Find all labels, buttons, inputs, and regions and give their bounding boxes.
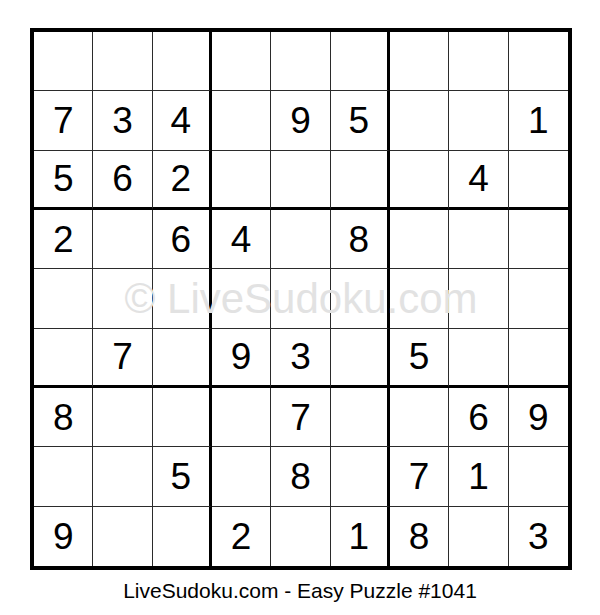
cell-r7c2[interactable] [93,388,152,447]
cell-r6c9[interactable] [509,329,568,388]
cell-r4c4[interactable]: 4 [212,210,271,269]
cell-r8c1[interactable] [34,447,93,506]
cell-r2c8[interactable] [449,91,508,150]
cell-r2c9[interactable]: 1 [509,91,568,150]
cell-r1c4[interactable] [212,32,271,91]
cell-r3c2[interactable]: 6 [93,151,152,210]
cell-r6c7[interactable]: 5 [390,329,449,388]
cell-r4c8[interactable] [449,210,508,269]
cell-r9c1[interactable]: 9 [34,507,93,566]
cell-r1c7[interactable] [390,32,449,91]
cell-r3c6[interactable] [331,151,390,210]
cell-r9c5[interactable] [271,507,330,566]
cell-r3c3[interactable]: 2 [153,151,212,210]
cell-r7c9[interactable]: 9 [509,388,568,447]
cell-r8c6[interactable] [331,447,390,506]
cell-r9c7[interactable]: 8 [390,507,449,566]
cell-r3c1[interactable]: 5 [34,151,93,210]
sudoku-board: 7349515624264879358769587192183 © LiveSu… [30,28,572,570]
cell-r6c8[interactable] [449,329,508,388]
cell-r7c8[interactable]: 6 [449,388,508,447]
cell-r2c1[interactable]: 7 [34,91,93,150]
cell-r9c4[interactable]: 2 [212,507,271,566]
cell-r1c2[interactable] [93,32,152,91]
cell-r5c8[interactable] [449,269,508,328]
cell-r5c7[interactable] [390,269,449,328]
cell-r7c6[interactable] [331,388,390,447]
cell-r7c3[interactable] [153,388,212,447]
cell-r4c5[interactable] [271,210,330,269]
cell-r8c7[interactable]: 7 [390,447,449,506]
cell-r1c8[interactable] [449,32,508,91]
cell-r8c8[interactable]: 1 [449,447,508,506]
cell-r4c3[interactable]: 6 [153,210,212,269]
cell-r5c6[interactable] [331,269,390,328]
cell-r2c4[interactable] [212,91,271,150]
cell-r6c2[interactable]: 7 [93,329,152,388]
cell-r6c5[interactable]: 3 [271,329,330,388]
cell-r8c3[interactable]: 5 [153,447,212,506]
cell-r6c1[interactable] [34,329,93,388]
cell-r1c5[interactable] [271,32,330,91]
cell-r7c7[interactable] [390,388,449,447]
cell-r8c2[interactable] [93,447,152,506]
cell-r5c9[interactable] [509,269,568,328]
cell-r2c2[interactable]: 3 [93,91,152,150]
cell-r5c3[interactable] [153,269,212,328]
cell-r1c9[interactable] [509,32,568,91]
cell-r1c3[interactable] [153,32,212,91]
cell-r2c6[interactable]: 5 [331,91,390,150]
cell-r6c6[interactable] [331,329,390,388]
cell-r6c4[interactable]: 9 [212,329,271,388]
cell-r2c7[interactable] [390,91,449,150]
cell-r5c2[interactable] [93,269,152,328]
cell-r3c8[interactable]: 4 [449,151,508,210]
cell-r9c2[interactable] [93,507,152,566]
cell-r1c1[interactable] [34,32,93,91]
cell-r5c1[interactable] [34,269,93,328]
puzzle-page: 7349515624264879358769587192183 © LiveSu… [0,0,600,615]
cell-r4c9[interactable] [509,210,568,269]
cell-r4c7[interactable] [390,210,449,269]
cell-r3c7[interactable] [390,151,449,210]
cell-r3c4[interactable] [212,151,271,210]
cell-r3c9[interactable] [509,151,568,210]
cell-r6c3[interactable] [153,329,212,388]
cell-r9c8[interactable] [449,507,508,566]
cell-r9c9[interactable]: 3 [509,507,568,566]
cell-r7c4[interactable] [212,388,271,447]
cell-r4c6[interactable]: 8 [331,210,390,269]
cell-r1c6[interactable] [331,32,390,91]
cell-r7c1[interactable]: 8 [34,388,93,447]
cell-r2c5[interactable]: 9 [271,91,330,150]
cell-r8c4[interactable] [212,447,271,506]
cell-r4c1[interactable]: 2 [34,210,93,269]
cell-r9c3[interactable] [153,507,212,566]
cell-r5c5[interactable] [271,269,330,328]
cell-r9c6[interactable]: 1 [331,507,390,566]
sudoku-grid: 7349515624264879358769587192183 [34,32,568,566]
caption: LiveSudoku.com - Easy Puzzle #1041 [0,579,600,603]
cell-r8c5[interactable]: 8 [271,447,330,506]
cell-r2c3[interactable]: 4 [153,91,212,150]
cell-r5c4[interactable] [212,269,271,328]
cell-r3c5[interactable] [271,151,330,210]
cell-r4c2[interactable] [93,210,152,269]
cell-r8c9[interactable] [509,447,568,506]
cell-r7c5[interactable]: 7 [271,388,330,447]
